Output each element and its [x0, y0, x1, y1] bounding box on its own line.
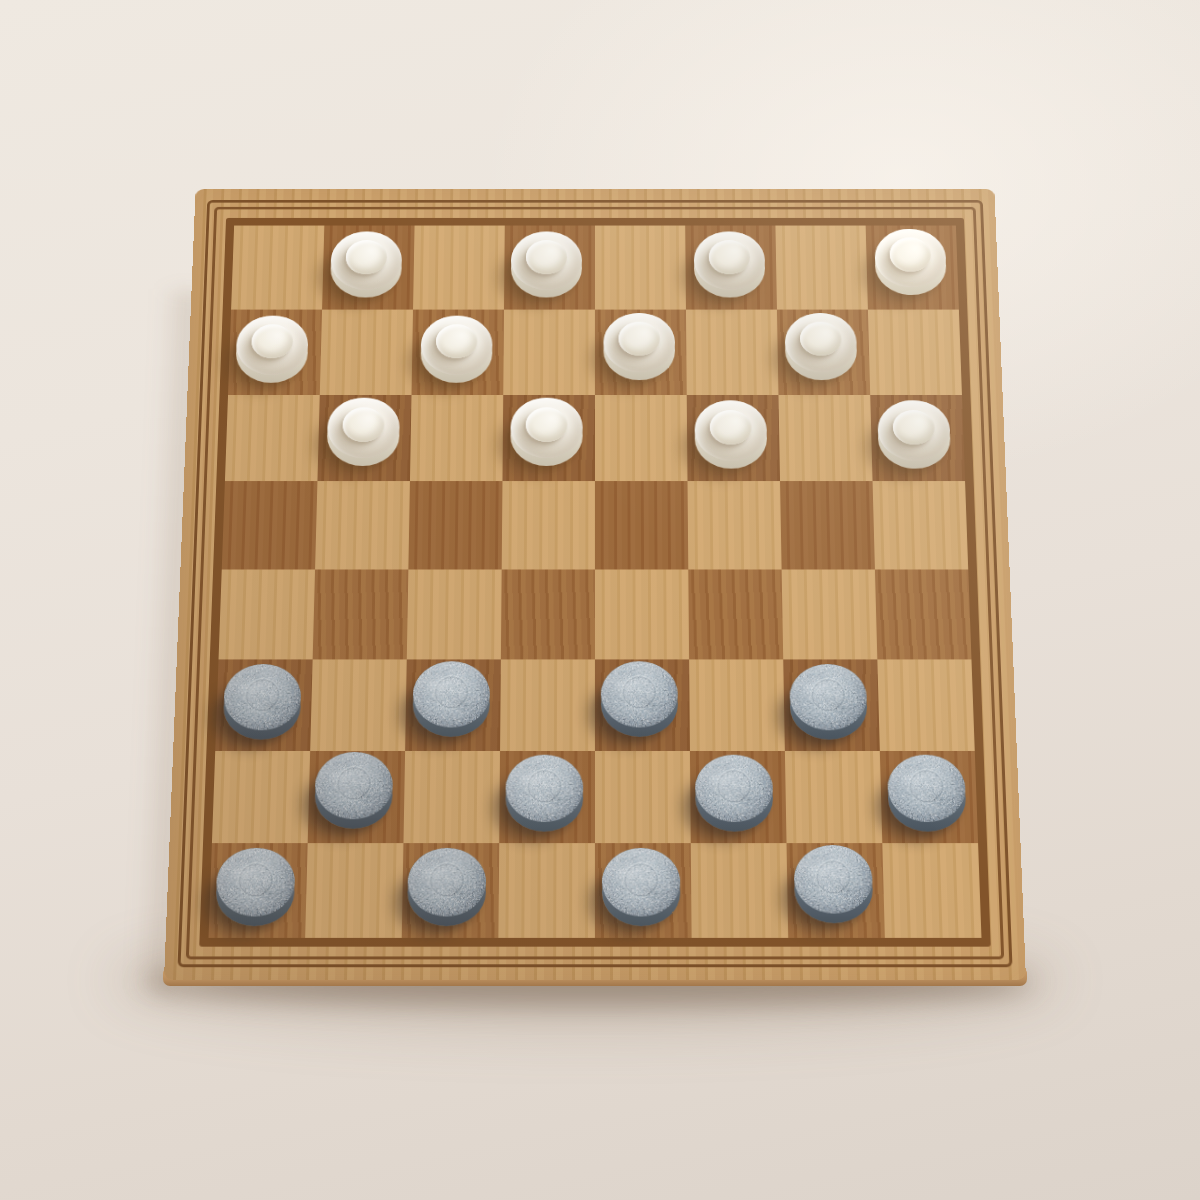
cream-checker[interactable] — [235, 315, 309, 383]
square-r3c4-dark — [502, 395, 595, 482]
square-r5c2-dark — [313, 570, 409, 660]
square-r4c4-light — [502, 481, 595, 569]
cream-checker[interactable] — [326, 398, 400, 467]
gray-checker[interactable] — [601, 661, 678, 737]
square-r1c7-light — [775, 226, 867, 310]
square-r8c7-dark — [787, 843, 885, 938]
gray-checker[interactable] — [222, 664, 301, 741]
gray-checker[interactable] — [887, 755, 967, 833]
checker-top-face — [789, 664, 867, 730]
checker-top-face — [412, 661, 490, 727]
square-r6c7-dark — [783, 659, 880, 750]
square-r7c1-light — [212, 750, 310, 843]
square-r6c6-light — [689, 659, 785, 750]
checker-top-face — [510, 231, 581, 289]
stone-texture — [602, 848, 681, 917]
checker-top-face — [695, 755, 773, 822]
square-r3c2-dark — [317, 395, 411, 482]
square-r7c6-dark — [690, 750, 787, 843]
gray-checker[interactable] — [505, 755, 583, 833]
square-r8c4-light — [498, 843, 595, 938]
gray-checker[interactable] — [793, 845, 873, 924]
checker-top-face — [694, 401, 767, 461]
square-r8c2-light — [305, 843, 403, 938]
square-r3c6-dark — [687, 395, 780, 482]
square-r4c8-light — [873, 481, 969, 569]
checker-top-face — [510, 398, 582, 458]
square-r1c5-light — [595, 226, 686, 310]
gray-checker[interactable] — [412, 661, 490, 737]
cream-checker[interactable] — [694, 401, 767, 470]
square-r5c3-light — [407, 570, 502, 660]
checker-top-face — [505, 755, 583, 822]
square-r5c6-dark — [688, 570, 783, 660]
gray-checker[interactable] — [789, 664, 868, 741]
square-r6c1-dark — [215, 659, 312, 750]
cream-checker[interactable] — [874, 229, 947, 296]
square-r7c7-light — [785, 750, 882, 843]
square-r6c8-light — [877, 659, 974, 750]
square-r7c4-dark — [499, 750, 595, 843]
square-r5c7-light — [782, 570, 878, 660]
cream-checker[interactable] — [420, 315, 492, 383]
product-photo-scene — [0, 0, 1200, 1200]
square-r4c6-light — [688, 481, 782, 569]
square-r8c3-dark — [402, 843, 499, 938]
square-r1c1-light — [231, 226, 324, 310]
checker-top-face — [407, 848, 486, 917]
square-r5c5-light — [595, 570, 689, 660]
square-r7c5-light — [595, 750, 691, 843]
square-r8c5-dark — [595, 843, 692, 938]
square-r1c3-light — [413, 226, 505, 310]
checker-top-face — [793, 845, 873, 914]
gray-checker[interactable] — [407, 848, 486, 927]
checker-top-face — [601, 661, 678, 727]
checker-top-face — [693, 231, 765, 289]
square-r3c7-light — [778, 395, 872, 482]
cream-checker[interactable] — [693, 231, 765, 298]
checker-top-face — [602, 848, 681, 917]
board-grid — [209, 226, 982, 938]
square-r2c2-light — [320, 309, 413, 394]
gray-checker[interactable] — [314, 752, 393, 830]
square-r8c1-dark — [209, 843, 308, 938]
checker-top-face — [603, 313, 675, 372]
square-r4c2-light — [315, 481, 410, 569]
square-r2c4-light — [503, 309, 595, 394]
square-r3c8-dark — [870, 395, 965, 482]
cream-checker[interactable] — [784, 313, 857, 381]
square-r2c3-dark — [412, 309, 505, 394]
checker-top-face — [874, 229, 947, 287]
square-r8c6-light — [691, 843, 788, 938]
square-r6c5-dark — [595, 659, 690, 750]
square-r5c8-dark — [875, 570, 972, 660]
checkers-board — [164, 189, 1026, 980]
stone-texture — [793, 845, 873, 914]
cream-checker[interactable] — [603, 313, 675, 381]
square-r6c2-light — [310, 659, 407, 750]
square-r2c6-light — [686, 309, 779, 394]
gray-checker[interactable] — [215, 848, 296, 927]
square-r5c1-light — [219, 570, 316, 660]
stone-texture — [789, 664, 867, 730]
square-r6c4-light — [500, 659, 595, 750]
stone-texture — [887, 755, 967, 822]
square-r3c5-light — [595, 395, 688, 482]
stone-texture — [505, 755, 583, 822]
square-r4c3-dark — [408, 481, 502, 569]
gray-checker[interactable] — [695, 755, 774, 833]
square-r7c8-dark — [880, 750, 978, 843]
square-r2c5-dark — [595, 309, 687, 394]
gray-checker[interactable] — [602, 848, 681, 927]
square-r4c1-dark — [222, 481, 318, 569]
stone-texture — [407, 848, 486, 917]
square-r4c7-dark — [780, 481, 875, 569]
stone-texture — [412, 661, 490, 727]
square-r2c7-dark — [777, 309, 870, 394]
cream-checker[interactable] — [510, 231, 581, 298]
square-r2c8-light — [868, 309, 962, 394]
square-r8c8-light — [882, 843, 981, 938]
square-r2c1-dark — [228, 309, 322, 394]
square-r5c4-dark — [501, 570, 595, 660]
square-r1c4-dark — [504, 226, 595, 310]
checker-top-face — [887, 755, 967, 822]
checker-top-face — [784, 313, 857, 372]
square-r3c1-light — [225, 395, 320, 482]
cream-checker[interactable] — [329, 231, 401, 298]
square-r1c2-dark — [322, 226, 414, 310]
square-r6c3-dark — [405, 659, 501, 750]
square-r1c8-dark — [866, 226, 959, 310]
stone-texture — [695, 755, 773, 822]
cream-checker[interactable] — [510, 398, 582, 467]
stone-texture — [601, 661, 678, 727]
checker-top-face — [420, 315, 492, 374]
square-r1c6-dark — [685, 226, 777, 310]
square-r3c3-light — [410, 395, 503, 482]
square-r4c5-dark — [595, 481, 688, 569]
square-r7c3-light — [403, 750, 500, 843]
cream-checker[interactable] — [877, 401, 951, 470]
checker-top-face — [877, 401, 951, 461]
square-r7c2-dark — [308, 750, 405, 843]
